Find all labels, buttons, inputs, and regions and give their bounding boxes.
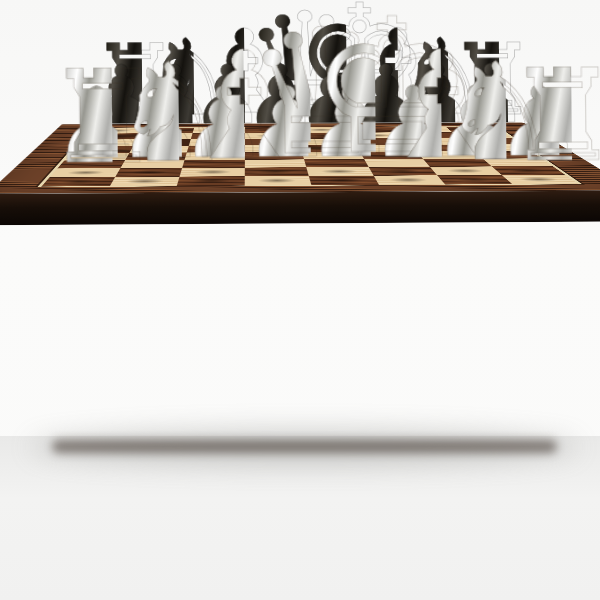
piece-g1: ♞ (437, 175, 512, 185)
chessboard: ♜♞♝♛♚♝♞♜♟♟♟♟♟♟♟♟♟♟♟♟♟♟♟♟♜♞♝♛♚♝♞♜ (0, 123, 600, 194)
piece-a1: ♜ (41, 177, 114, 187)
board-front-edge (0, 190, 600, 225)
piece-d1: ♛ (244, 176, 311, 186)
piece-b1: ♞ (109, 177, 179, 187)
white-knight: ♞ (111, 46, 179, 182)
white-knight: ♞ (440, 45, 507, 180)
piece-c1: ♝ (177, 176, 244, 186)
board-viewport: ♜♞♝♛♚♝♞♜♟♟♟♟♟♟♟♟♟♟♟♟♟♟♟♟♜♞♝♛♚♝♞♜ (32, 0, 572, 422)
white-bishop: ♝ (177, 32, 244, 181)
pieces-layer: ♜♞♝♛♚♝♞♜♟♟♟♟♟♟♟♟♟♟♟♟♟♟♟♟♜♞♝♛♚♝♞♜ (41, 126, 578, 186)
board-contact-shadow (52, 440, 557, 453)
white-king: ♚ (308, 0, 375, 180)
white-bishop: ♝ (374, 31, 441, 179)
chess-photo: ♜♞♝♛♚♝♞♜♟♟♟♟♟♟♟♟♟♟♟♟♟♟♟♟♜♞♝♛♚♝♞♜ (0, 0, 600, 600)
piece-f1: ♝ (373, 175, 445, 185)
piece-e1: ♚ (309, 176, 379, 186)
white-queen: ♛ (242, 7, 310, 181)
white-rook: ♜ (505, 52, 571, 180)
piece-h1: ♜ (501, 175, 578, 185)
white-rook: ♜ (44, 53, 112, 182)
